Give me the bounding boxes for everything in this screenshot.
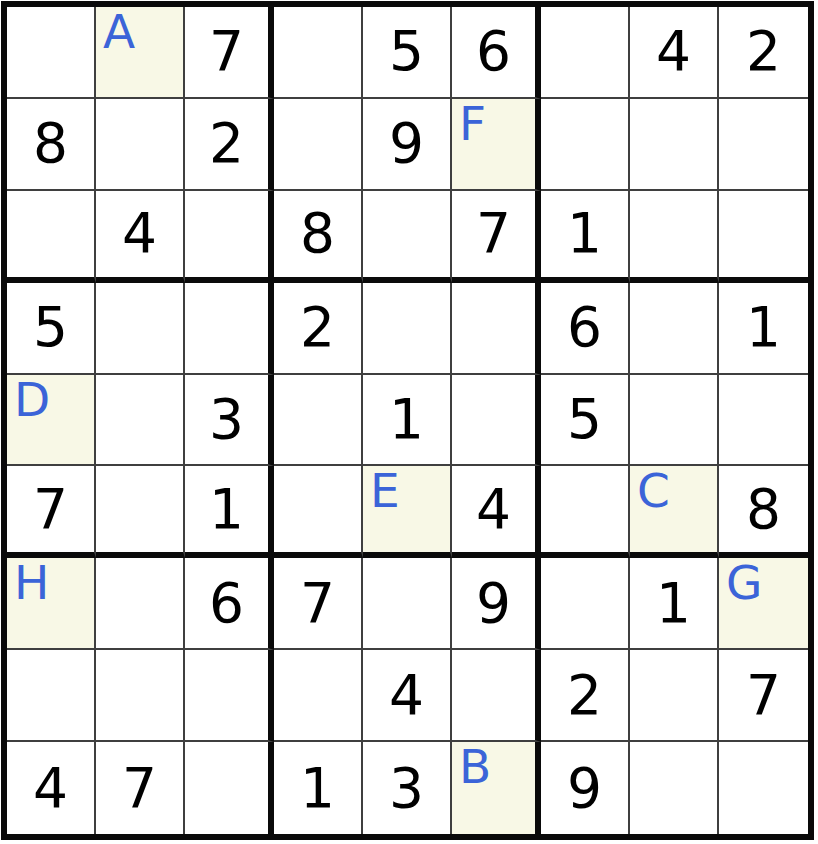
answer-cell-A[interactable]: A — [96, 7, 185, 99]
cell-r8c1[interactable] — [7, 650, 96, 742]
given-digit: 6 — [476, 24, 511, 79]
cell-r5c4[interactable] — [274, 375, 363, 467]
given-digit: 6 — [209, 576, 244, 631]
cell-r3c1[interactable] — [7, 191, 96, 283]
cell-r7c3[interactable]: 6 — [185, 558, 274, 650]
cell-r5c9[interactable] — [719, 375, 808, 467]
answer-letter-label: D — [14, 376, 50, 423]
cell-r4c8[interactable] — [630, 283, 719, 375]
given-digit: 7 — [746, 668, 781, 723]
given-digit: 2 — [300, 300, 335, 355]
cell-r4c3[interactable] — [185, 283, 274, 375]
given-digit: 8 — [33, 116, 68, 171]
cell-r6c2[interactable] — [96, 466, 185, 558]
cell-r6c3[interactable]: 1 — [185, 466, 274, 558]
given-digit: 7 — [300, 576, 335, 631]
given-digit: 7 — [209, 24, 244, 79]
cell-r7c5[interactable] — [363, 558, 452, 650]
cell-r8c9[interactable]: 7 — [719, 650, 808, 742]
answer-cell-G[interactable]: G — [719, 558, 808, 650]
given-digit: 3 — [389, 761, 424, 816]
answer-letter-label: A — [103, 8, 135, 55]
cell-r5c8[interactable] — [630, 375, 719, 467]
given-digit: 4 — [656, 24, 691, 79]
cell-r1c6[interactable]: 6 — [452, 7, 541, 99]
cell-r7c4[interactable]: 7 — [274, 558, 363, 650]
answer-letter-label: C — [637, 467, 670, 514]
given-digit: 1 — [567, 206, 602, 261]
answer-cell-H[interactable]: H — [7, 558, 96, 650]
cell-r1c5[interactable]: 5 — [363, 7, 452, 99]
answer-letter-label: B — [459, 743, 491, 790]
cell-r9c7[interactable]: 9 — [541, 742, 630, 834]
cell-r2c1[interactable]: 8 — [7, 99, 96, 191]
given-digit: 4 — [389, 668, 424, 723]
cell-r2c2[interactable] — [96, 99, 185, 191]
cell-r6c9[interactable]: 8 — [719, 466, 808, 558]
answer-cell-E[interactable]: E — [363, 466, 452, 558]
cell-r3c3[interactable] — [185, 191, 274, 283]
cell-r2c9[interactable] — [719, 99, 808, 191]
given-digit: 4 — [122, 206, 157, 261]
cell-r7c8[interactable]: 1 — [630, 558, 719, 650]
cell-r4c9[interactable]: 1 — [719, 283, 808, 375]
given-digit: 1 — [656, 576, 691, 631]
cell-r2c5[interactable]: 9 — [363, 99, 452, 191]
given-digit: 2 — [209, 116, 244, 171]
answer-cell-C[interactable]: C — [630, 466, 719, 558]
given-digit: 9 — [567, 761, 602, 816]
cell-r1c3[interactable]: 7 — [185, 7, 274, 99]
given-digit: 4 — [33, 761, 68, 816]
cell-r3c2[interactable]: 4 — [96, 191, 185, 283]
cell-r8c3[interactable] — [185, 650, 274, 742]
given-digit: 1 — [389, 392, 424, 447]
cell-r8c4[interactable] — [274, 650, 363, 742]
cell-r3c6[interactable]: 7 — [452, 191, 541, 283]
given-digit: 5 — [567, 392, 602, 447]
given-digit: 6 — [567, 300, 602, 355]
answer-letter-label: E — [370, 467, 400, 514]
cell-r6c1[interactable]: 7 — [7, 466, 96, 558]
given-digit: 1 — [300, 761, 335, 816]
cell-r2c3[interactable]: 2 — [185, 99, 274, 191]
given-digit: 8 — [746, 482, 781, 537]
cell-r9c5[interactable]: 3 — [363, 742, 452, 834]
sudoku-board: A75642829F48715261D31571E4C8H6791G427471… — [1, 1, 814, 840]
cell-r5c3[interactable]: 3 — [185, 375, 274, 467]
cell-r2c4[interactable] — [274, 99, 363, 191]
cell-r1c9[interactable]: 2 — [719, 7, 808, 99]
cell-r9c3[interactable] — [185, 742, 274, 834]
given-digit: 5 — [389, 24, 424, 79]
answer-letter-label: H — [14, 559, 49, 606]
answer-cell-D[interactable]: D — [7, 375, 96, 467]
cell-r9c9[interactable] — [719, 742, 808, 834]
cell-r4c6[interactable] — [452, 283, 541, 375]
cell-r8c2[interactable] — [96, 650, 185, 742]
given-digit: 1 — [746, 300, 781, 355]
cell-r1c7[interactable] — [541, 7, 630, 99]
given-digit: 9 — [389, 116, 424, 171]
cell-r9c2[interactable]: 7 — [96, 742, 185, 834]
given-digit: 2 — [746, 24, 781, 79]
cell-r8c8[interactable] — [630, 650, 719, 742]
cell-r7c7[interactable] — [541, 558, 630, 650]
cell-r4c7[interactable]: 6 — [541, 283, 630, 375]
given-digit: 9 — [476, 576, 511, 631]
cell-r1c8[interactable]: 4 — [630, 7, 719, 99]
cell-r2c7[interactable] — [541, 99, 630, 191]
given-digit: 7 — [476, 206, 511, 261]
cell-r4c4[interactable]: 2 — [274, 283, 363, 375]
given-digit: 4 — [476, 482, 511, 537]
answer-letter-label: G — [726, 559, 762, 606]
cell-r9c8[interactable] — [630, 742, 719, 834]
cell-r3c5[interactable] — [363, 191, 452, 283]
cell-r2c8[interactable] — [630, 99, 719, 191]
cell-r3c8[interactable] — [630, 191, 719, 283]
cell-r4c1[interactable]: 5 — [7, 283, 96, 375]
cell-r4c2[interactable] — [96, 283, 185, 375]
given-digit: 5 — [33, 300, 68, 355]
given-digit: 3 — [209, 392, 244, 447]
given-digit: 1 — [209, 482, 244, 537]
given-digit: 7 — [122, 761, 157, 816]
cell-r9c1[interactable]: 4 — [7, 742, 96, 834]
answer-cell-F[interactable]: F — [452, 99, 541, 191]
cell-r8c5[interactable]: 4 — [363, 650, 452, 742]
cell-r7c2[interactable] — [96, 558, 185, 650]
cell-r8c6[interactable] — [452, 650, 541, 742]
answer-cell-B[interactable]: B — [452, 742, 541, 834]
cell-r3c9[interactable] — [719, 191, 808, 283]
given-digit: 7 — [33, 482, 68, 537]
cell-r1c4[interactable] — [274, 7, 363, 99]
cell-r7c6[interactable]: 9 — [452, 558, 541, 650]
cell-r5c7[interactable]: 5 — [541, 375, 630, 467]
cell-r8c7[interactable]: 2 — [541, 650, 630, 742]
cell-r5c6[interactable] — [452, 375, 541, 467]
cell-r4c5[interactable] — [363, 283, 452, 375]
given-digit: 2 — [567, 668, 602, 723]
cell-r5c5[interactable]: 1 — [363, 375, 452, 467]
cell-r1c1[interactable] — [7, 7, 96, 99]
cell-r6c6[interactable]: 4 — [452, 466, 541, 558]
cell-r3c4[interactable]: 8 — [274, 191, 363, 283]
cell-r3c7[interactable]: 1 — [541, 191, 630, 283]
cell-r6c7[interactable] — [541, 466, 630, 558]
answer-letter-label: F — [459, 100, 486, 147]
given-digit: 8 — [300, 206, 335, 261]
sudoku-page: A75642829F48715261D31571E4C8H6791G427471… — [0, 0, 818, 844]
cell-r9c4[interactable]: 1 — [274, 742, 363, 834]
cell-r5c2[interactable] — [96, 375, 185, 467]
cell-r6c4[interactable] — [274, 466, 363, 558]
